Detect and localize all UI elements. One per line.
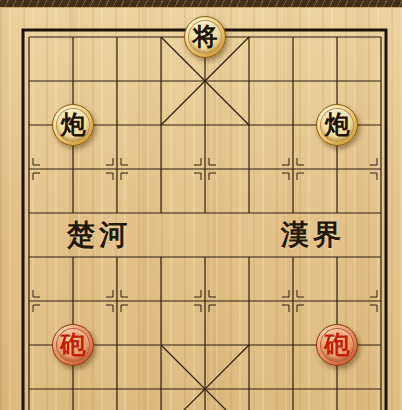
piece-red-cannon-left[interactable]: 砲: [52, 324, 94, 366]
piece-black-cannon-right[interactable]: 炮: [316, 104, 358, 146]
piece-face: 砲: [56, 328, 90, 362]
xiangqi-board[interactable]: 楚河 漢界 将炮炮砲砲: [0, 0, 402, 410]
piece-glyph: 砲: [325, 332, 350, 357]
decorative-top-border: [0, 0, 402, 8]
piece-glyph: 炮: [325, 112, 350, 137]
piece-face: 炮: [56, 108, 90, 142]
piece-face: 砲: [320, 328, 354, 362]
piece-red-cannon-right[interactable]: 砲: [316, 324, 358, 366]
piece-glyph: 将: [193, 24, 218, 49]
piece-black-cannon-left[interactable]: 炮: [52, 104, 94, 146]
piece-glyph: 炮: [61, 112, 86, 137]
xiangqi-app: 楚河 漢界 将炮炮砲砲: [0, 0, 402, 410]
board-grid: 将炮炮砲砲: [7, 15, 402, 410]
piece-glyph: 砲: [61, 332, 86, 357]
piece-face: 将: [188, 20, 222, 54]
piece-black-general[interactable]: 将: [184, 16, 226, 58]
piece-face: 炮: [320, 108, 354, 142]
